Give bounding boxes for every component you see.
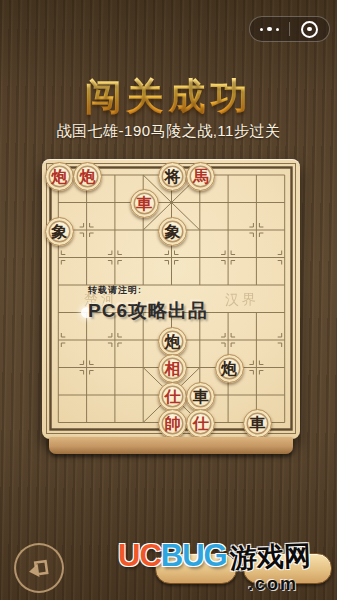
board-edge	[49, 437, 293, 454]
app-screen: 闯关成功 战国七雄-190马陵之战,11步过关 楚河 汉界 炮炮将馬車象象炮相炮…	[0, 0, 337, 600]
piece-red-炮[interactable]: 炮	[73, 162, 102, 191]
target-circle-icon	[301, 21, 318, 38]
piece-red-仕[interactable]: 仕	[186, 409, 215, 438]
brand-uc: UC	[118, 538, 161, 573]
piece-black-象[interactable]: 象	[158, 217, 187, 246]
watermark-brand: PC6攻略出品	[88, 298, 208, 324]
piece-black-炮[interactable]: 炮	[215, 354, 244, 383]
watermark-note: 转载请注明:	[88, 284, 208, 297]
dot-icon	[260, 28, 263, 31]
more-menu-button[interactable]	[250, 17, 289, 41]
piece-black-車[interactable]: 車	[186, 382, 215, 411]
piece-red-車[interactable]: 車	[130, 189, 159, 218]
wechat-capsule	[249, 16, 330, 42]
piece-black-象[interactable]: 象	[45, 217, 74, 246]
return-arrow-icon	[22, 551, 56, 585]
piece-black-将[interactable]: 将	[158, 162, 187, 191]
piece-red-帥[interactable]: 帥	[158, 409, 187, 438]
dot-icon	[276, 28, 279, 31]
piece-red-炮[interactable]: 炮	[45, 162, 74, 191]
xiangqi-board[interactable]: 楚河 汉界 炮炮将馬車象象炮相炮仕車帥仕車 转载请注明: PC6攻略出品	[42, 159, 300, 439]
close-button[interactable]	[290, 17, 329, 41]
brand-bug: BUG	[161, 538, 227, 573]
pc6-watermark: 转载请注明: PC6攻略出品	[88, 284, 208, 324]
brand-com: .com	[248, 574, 298, 595]
piece-red-馬[interactable]: 馬	[186, 162, 215, 191]
piece-black-炮[interactable]: 炮	[158, 327, 187, 356]
brand-cn: 游戏网	[229, 538, 311, 577]
back-button[interactable]	[14, 543, 64, 593]
piece-red-仕[interactable]: 仕	[158, 382, 187, 411]
piece-red-相[interactable]: 相	[158, 354, 187, 383]
level-subtitle: 战国七雄-190马陵之战,11步过关	[0, 122, 337, 141]
ucbug-watermark: UCBUG游戏网 .com	[118, 538, 311, 575]
piece-black-車[interactable]: 車	[243, 409, 272, 438]
dot-icon	[267, 27, 272, 32]
page-title: 闯关成功	[0, 72, 337, 122]
